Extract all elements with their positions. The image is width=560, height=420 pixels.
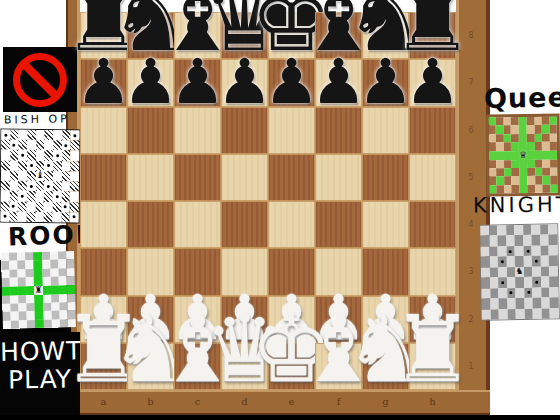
diagram-square	[489, 117, 497, 125]
diagram-square	[45, 140, 54, 150]
diagram-square	[523, 225, 532, 236]
diagram-square	[42, 277, 50, 286]
queen-panel-title: Queen	[484, 81, 560, 114]
diagram-square	[549, 245, 558, 256]
diagram-square	[490, 278, 499, 289]
diagram-square	[1, 261, 9, 270]
move-dot	[12, 205, 15, 208]
diagram-square	[535, 159, 543, 167]
diagram-square	[61, 181, 70, 191]
diagram-square	[504, 168, 512, 176]
diagram-square	[542, 159, 550, 167]
diagram-square	[498, 277, 507, 288]
diagram-square	[9, 201, 18, 211]
square-a5[interactable]	[80, 154, 127, 201]
diagram-square	[19, 312, 27, 321]
move-dot	[21, 154, 24, 157]
diagram-square	[25, 252, 33, 261]
diagram-square	[550, 159, 558, 167]
diagram-square	[515, 246, 524, 257]
rank-label-5: 5	[463, 173, 479, 182]
square-d6[interactable]	[221, 107, 268, 154]
move-dot	[535, 281, 538, 284]
diagram-square	[18, 150, 27, 160]
diagram-square	[542, 176, 550, 184]
diagram-square	[18, 191, 27, 201]
diagram-square	[35, 311, 43, 320]
diagram-square	[504, 176, 512, 184]
diagram-square	[489, 168, 497, 176]
diagram-square	[489, 246, 498, 257]
diagram-square	[53, 140, 62, 150]
diagram-square	[532, 266, 541, 277]
diagram-square	[507, 298, 516, 309]
diagram-square	[53, 151, 62, 161]
move-dot	[56, 195, 59, 198]
diagram-square	[26, 260, 34, 269]
diagram-square	[51, 311, 59, 320]
diagram-square	[516, 308, 525, 319]
diagram-square	[19, 130, 28, 140]
diagram-square	[35, 201, 44, 211]
diagram-square	[58, 251, 66, 260]
diagram-square	[67, 285, 75, 294]
diagram-square	[535, 168, 543, 176]
move-dot	[527, 291, 530, 294]
diagram-square	[490, 298, 499, 309]
diagram-square	[511, 142, 519, 150]
move-dot	[501, 260, 504, 263]
square-c5[interactable]	[174, 154, 221, 201]
diagram-square	[534, 125, 542, 133]
diagram-square	[490, 288, 499, 299]
diagram-square	[549, 256, 558, 267]
diagram-square	[1, 150, 10, 160]
diagram-square	[540, 235, 549, 246]
diagram-square	[527, 185, 535, 193]
square-b4[interactable]	[127, 201, 174, 248]
rank-label-4: 4	[463, 220, 479, 229]
diagram-square	[490, 309, 499, 320]
diagram-square	[549, 142, 557, 150]
square-h6[interactable]	[409, 107, 456, 154]
diagram-square	[534, 150, 542, 159]
diagram-square	[523, 256, 532, 267]
diagram-square	[51, 294, 59, 303]
square-g7[interactable]: ♟	[362, 59, 409, 106]
diagram-square	[542, 133, 550, 141]
square-e7[interactable]: ♟	[268, 59, 315, 106]
diagram-square	[9, 191, 18, 201]
diagram-square	[489, 185, 497, 193]
diagram-square	[519, 134, 527, 142]
diagram-square	[17, 261, 25, 270]
diagram-square	[27, 161, 36, 171]
diagram-square	[1, 160, 10, 170]
diagram-square	[19, 320, 27, 329]
diagram-square	[507, 277, 516, 288]
diagram-square	[53, 130, 62, 140]
bishop-moves-diagram: ♝	[0, 129, 80, 224]
diagram-square	[18, 201, 27, 211]
diagram-square	[489, 225, 498, 236]
diagram-square	[43, 294, 51, 303]
diagram-square	[481, 278, 490, 289]
diagram-square	[42, 260, 50, 269]
diagram-square	[516, 298, 525, 309]
diagram-square	[498, 257, 507, 268]
diagram-square	[498, 246, 507, 257]
diagram-square: ♞	[515, 267, 524, 278]
diagram-square	[533, 308, 542, 319]
diagram-square	[1, 140, 10, 150]
square-f5[interactable]	[315, 154, 362, 201]
diagram-square	[549, 224, 558, 235]
diagram-square	[27, 181, 36, 191]
square-b5[interactable]	[127, 154, 174, 201]
diagram-square	[481, 299, 490, 310]
diagram-square	[541, 298, 550, 309]
diagram-square	[27, 191, 36, 201]
diagram-square	[497, 185, 505, 193]
diagram-square	[515, 288, 524, 299]
diagram-square	[542, 168, 550, 176]
diagram-square	[532, 246, 541, 257]
diagram-square	[497, 160, 505, 168]
white-rook[interactable]: ♜	[391, 304, 473, 396]
diagram-square	[550, 176, 558, 184]
diagram-square	[26, 295, 34, 304]
diagram-square	[511, 125, 519, 133]
diagram-square	[489, 134, 497, 142]
diagram-square	[504, 125, 512, 133]
diagram-square	[9, 261, 17, 270]
diagram-square	[542, 117, 550, 125]
diagram-square	[542, 150, 550, 159]
diagram-square	[53, 202, 62, 212]
diagram-square	[481, 288, 490, 299]
diagram-square	[27, 311, 35, 320]
chess-board[interactable]: ♜♞♝♛♚♝♞♜♟♟♟♟♟♟♟♟♟♟♟♟♟♟♟♟♜♞♝♛♚♝♞♜	[80, 12, 456, 390]
diagram-square	[515, 277, 524, 288]
square-d5[interactable]	[221, 154, 268, 201]
square-b6[interactable]	[127, 107, 174, 154]
diagram-square	[62, 151, 71, 161]
diagram-square	[61, 192, 70, 202]
diagram-square	[496, 126, 504, 134]
diagram-square	[19, 140, 28, 150]
diagram-square	[70, 171, 79, 181]
diagram-square	[71, 130, 80, 140]
diagram-square	[540, 245, 549, 256]
diagram-square	[36, 150, 45, 160]
diagram-square	[519, 117, 527, 125]
square-e6[interactable]	[268, 107, 315, 154]
diagram-square	[70, 181, 79, 191]
game-stage: ♜♞♝♛♚♝♞♜♟♟♟♟♟♟♟♟♟♟♟♟♟♟♟♟♜♞♝♛♚♝♞♜ abcdefg…	[0, 0, 560, 420]
diagram-square	[27, 171, 36, 181]
square-d4[interactable]	[221, 201, 268, 248]
move-dot	[74, 134, 77, 137]
diagram-square: ♛	[519, 150, 527, 159]
square-g5[interactable]	[362, 154, 409, 201]
diagram-square	[10, 160, 19, 170]
diagram-square	[50, 251, 58, 260]
diagram-square	[27, 201, 36, 211]
diagram-square	[504, 185, 512, 193]
diagram-square	[524, 308, 533, 319]
diagram-square	[540, 224, 549, 235]
diagram-square	[1, 130, 10, 140]
square-c4[interactable]	[174, 201, 221, 248]
diagram-square	[62, 161, 71, 171]
diagram-square	[9, 211, 18, 221]
diagram-square	[489, 126, 497, 134]
diagram-square	[44, 202, 53, 212]
diagram-square	[504, 151, 512, 160]
move-dot	[56, 154, 59, 157]
diagram-square	[42, 268, 50, 277]
diagram-square	[1, 253, 9, 262]
move-dot	[535, 260, 538, 263]
diagram-square	[519, 159, 527, 167]
diagram-square	[523, 246, 532, 257]
diagram-square	[482, 309, 491, 320]
diagram-square	[535, 184, 543, 192]
diagram-square	[10, 278, 18, 287]
diagram-square	[67, 276, 75, 285]
diagram-square	[34, 269, 42, 278]
diagram-square	[43, 319, 51, 328]
square-e4[interactable]	[268, 201, 315, 248]
diagram-square	[519, 125, 527, 133]
diagram-square	[532, 256, 541, 267]
square-f4[interactable]	[315, 201, 362, 248]
diagram-square	[550, 277, 559, 288]
diagram-square	[496, 117, 504, 125]
bishop-panel-title: BISH OP	[4, 112, 70, 126]
diagram-square	[70, 192, 79, 202]
square-h7[interactable]: ♟	[409, 59, 456, 106]
square-c7[interactable]: ♟	[174, 59, 221, 106]
diagram-square: ♜	[34, 285, 42, 294]
diagram-square	[542, 184, 550, 192]
diagram-square	[66, 268, 74, 277]
diagram-square	[53, 181, 62, 191]
diagram-square	[11, 320, 19, 329]
black-pawn[interactable]: ♟	[405, 51, 461, 113]
diagram-square	[1, 191, 10, 201]
diagram-square	[1, 170, 10, 180]
move-dot	[21, 195, 24, 198]
diagram-square	[550, 297, 559, 308]
diagram-square	[541, 256, 550, 267]
diagram-square	[44, 181, 53, 191]
diagram-square	[523, 235, 532, 246]
square-e5[interactable]	[268, 154, 315, 201]
diagram-square	[44, 161, 53, 171]
diagram-square	[512, 176, 520, 184]
diagram-square	[481, 267, 490, 278]
rank-label-3: 3	[463, 267, 479, 276]
square-a7[interactable]: ♟	[80, 59, 127, 106]
square-h5[interactable]	[409, 154, 456, 201]
diagram-square	[18, 171, 27, 181]
diagram-square	[497, 176, 505, 184]
diagram-square	[489, 160, 497, 168]
move-dot	[526, 249, 529, 252]
square-b7[interactable]: ♟	[127, 59, 174, 106]
diagram-square	[18, 295, 26, 304]
diagram-square	[42, 285, 50, 294]
diagram-square	[519, 185, 527, 193]
diagram-square	[527, 168, 535, 176]
diagram-square	[512, 160, 520, 168]
diagram-square	[71, 141, 80, 151]
diagram-square	[53, 171, 62, 181]
diagram-square	[10, 140, 19, 150]
diagram-square	[10, 286, 18, 295]
diagram-square	[9, 181, 18, 191]
diagram-square	[498, 267, 507, 278]
diagram-square	[532, 235, 541, 246]
diagram-square	[489, 236, 498, 247]
diagram-square	[524, 277, 533, 288]
diagram-square	[53, 161, 62, 171]
diagram-square	[504, 142, 512, 150]
diagram-square	[542, 142, 550, 150]
square-h4[interactable]	[409, 201, 456, 248]
move-dot	[73, 216, 76, 219]
diagram-square	[497, 236, 506, 247]
diagram-square	[17, 252, 25, 261]
diagram-square	[35, 320, 43, 329]
diagram-square	[27, 212, 36, 222]
rook-icon: ♜	[34, 285, 42, 294]
diagram-square	[27, 303, 35, 312]
move-dot	[47, 185, 50, 188]
diagram-square	[11, 312, 19, 321]
square-c6[interactable]	[174, 107, 221, 154]
diagram-square	[51, 285, 59, 294]
diagram-square	[58, 260, 66, 269]
diagram-square	[2, 278, 10, 287]
diagram-square	[35, 294, 43, 303]
diagram-square	[18, 286, 26, 295]
diagram-square	[542, 308, 551, 319]
diagram-square	[541, 266, 550, 277]
diagram-square	[549, 266, 558, 277]
diagram-square	[10, 269, 18, 278]
diagram-square	[541, 287, 550, 298]
diagram-square	[489, 142, 497, 150]
diagram-square	[511, 134, 519, 142]
square-a6[interactable]	[80, 107, 127, 154]
move-dot	[501, 281, 504, 284]
diagram-square	[550, 287, 559, 298]
diagram-square	[61, 202, 70, 212]
diagram-square	[10, 171, 19, 181]
diagram-square: ♝	[36, 171, 45, 181]
diagram-square	[35, 181, 44, 191]
diagram-square	[18, 181, 27, 191]
move-dot	[65, 144, 68, 147]
square-f7[interactable]: ♟	[315, 59, 362, 106]
diagram-square	[489, 257, 498, 268]
diagram-square	[524, 267, 533, 278]
square-g6[interactable]	[362, 107, 409, 154]
diagram-square	[70, 202, 79, 212]
square-a4[interactable]	[80, 201, 127, 248]
diagram-square	[44, 191, 53, 201]
diagram-square	[481, 246, 490, 257]
diagram-square	[43, 311, 51, 320]
diagram-square	[550, 184, 558, 192]
diagram-square	[62, 130, 71, 140]
diagram-square	[59, 285, 67, 294]
diagram-square	[511, 151, 519, 160]
diagram-square	[70, 151, 79, 161]
square-f6[interactable]	[315, 107, 362, 154]
bishop-icon: ♝	[36, 171, 44, 180]
diagram-square	[497, 168, 505, 176]
diagram-square	[549, 133, 557, 141]
diagram-square	[51, 302, 59, 311]
move-dot	[509, 250, 512, 253]
diagram-square	[507, 288, 516, 299]
diagram-square	[550, 308, 559, 319]
diagram-square	[481, 257, 490, 268]
diagram-square	[527, 117, 535, 125]
square-g4[interactable]	[362, 201, 409, 248]
diagram-square	[53, 191, 62, 201]
move-dot	[30, 185, 33, 188]
diagram-square	[3, 320, 11, 329]
diagram-square	[533, 287, 542, 298]
diagram-square	[66, 251, 74, 260]
diagram-square	[524, 298, 533, 309]
diagram-square	[527, 176, 535, 184]
diagram-square	[2, 286, 10, 295]
diagram-square	[512, 185, 520, 193]
diagram-square	[58, 268, 66, 277]
diagram-square	[506, 236, 515, 247]
diagram-square	[496, 151, 504, 160]
stage-bottom-edge	[0, 415, 560, 420]
diagram-square	[18, 269, 26, 278]
diagram-square	[541, 277, 550, 288]
diagram-square	[489, 151, 497, 160]
diagram-square	[36, 140, 45, 150]
square-d7[interactable]: ♟	[221, 59, 268, 106]
square-h1[interactable]: ♜	[409, 343, 456, 390]
diagram-square	[489, 177, 497, 185]
diagram-square	[524, 287, 533, 298]
diagram-square	[527, 159, 535, 167]
knight-moves-diagram: ♞	[479, 223, 560, 320]
diagram-square	[549, 117, 557, 125]
diagram-square	[550, 168, 558, 176]
diagram-square	[62, 140, 71, 150]
diagram-square	[534, 134, 542, 142]
diagram-square	[506, 225, 515, 236]
diagram-square	[36, 130, 45, 140]
diagram-square	[2, 295, 10, 304]
diagram-square	[504, 134, 512, 142]
rank-label-6: 6	[463, 126, 479, 135]
diagram-square	[50, 260, 58, 269]
diagram-square	[50, 277, 58, 286]
